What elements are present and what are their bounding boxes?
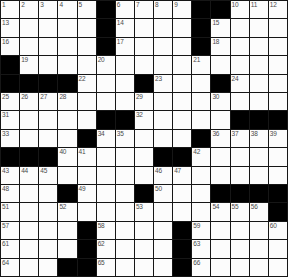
clue-number: 29 [136,93,143,101]
black-square [39,148,57,165]
clue-number: 47 [174,167,181,175]
clue-number: 38 [251,130,258,138]
grid-cell[interactable] [116,259,134,276]
grid-cell[interactable]: 23 [154,75,172,92]
clue-number: 5 [79,1,82,9]
grid-cell[interactable]: 33 [1,130,19,147]
grid-cell[interactable] [116,167,134,184]
grid-cell[interactable] [211,259,229,276]
grid-cell[interactable] [269,167,287,184]
clue-number: 41 [79,148,86,156]
black-square [211,185,229,202]
clue-number: 51 [2,203,9,211]
grid-cell[interactable] [78,167,96,184]
grid-cell[interactable]: 17 [116,38,134,55]
black-square [250,185,268,202]
grid-cell[interactable] [78,56,96,73]
grid-cell[interactable] [78,203,96,220]
grid-cell[interactable] [250,93,268,110]
grid-cell[interactable]: 20 [97,56,115,73]
grid-cell[interactable]: 48 [1,185,19,202]
grid-cell[interactable] [97,75,115,92]
grid-cell[interactable] [250,19,268,36]
grid-cell[interactable]: 65 [97,259,115,276]
grid-cell[interactable] [192,203,210,220]
grid-cell[interactable] [269,56,287,73]
grid-cell[interactable]: 2 [20,1,38,18]
clue-number: 17 [117,38,124,46]
clue-number: 2 [21,1,24,9]
grid-cell[interactable] [135,19,153,36]
clue-number: 54 [212,203,219,211]
grid-cell[interactable] [20,222,38,239]
grid-cell[interactable]: 59 [192,222,210,239]
grid-cell[interactable]: 32 [135,111,153,128]
clue-number: 22 [79,75,86,83]
grid-cell[interactable]: 60 [269,222,287,239]
clue-number: 6 [117,1,120,9]
grid-cell[interactable] [250,148,268,165]
black-square [97,38,115,55]
black-square [173,259,191,276]
grid-cell[interactable] [97,203,115,220]
grid-cell[interactable] [39,240,57,257]
grid-cell[interactable] [173,38,191,55]
black-square [211,75,229,92]
grid-cell[interactable]: 52 [58,203,76,220]
black-square [173,222,191,239]
grid-cell[interactable]: 62 [97,240,115,257]
black-square [192,38,210,55]
black-square [192,19,210,36]
grid-cell[interactable] [58,56,76,73]
clue-number: 4 [59,1,62,9]
black-square [154,148,172,165]
grid-cell[interactable]: 44 [20,167,38,184]
clue-number: 53 [136,203,143,211]
black-square [20,148,38,165]
grid-cell[interactable] [78,38,96,55]
black-square [116,111,134,128]
black-square [135,185,153,202]
clue-number: 27 [40,93,47,101]
grid-cell[interactable] [192,75,210,92]
clue-number: 37 [232,130,239,138]
grid-cell[interactable] [58,19,76,36]
grid-cell[interactable] [135,130,153,147]
grid-cell[interactable] [135,148,153,165]
grid-cell[interactable]: 10 [231,1,249,18]
grid-cell[interactable]: 66 [192,259,210,276]
grid-cell[interactable]: 54 [211,203,229,220]
grid-cell[interactable]: 6 [116,1,134,18]
grid-cell[interactable]: 16 [1,38,19,55]
grid-cell[interactable] [39,185,57,202]
grid-cell[interactable]: 12 [269,1,287,18]
black-square [97,1,115,18]
black-square [173,240,191,257]
grid-cell[interactable] [39,38,57,55]
black-square [192,130,210,147]
grid-cell[interactable] [116,222,134,239]
clue-number: 33 [2,130,9,138]
grid-cell[interactable] [135,56,153,73]
grid-cell[interactable] [250,56,268,73]
clue-number: 16 [2,38,9,46]
black-square [231,185,249,202]
grid-cell[interactable]: 64 [1,259,19,276]
grid-cell[interactable]: 49 [78,185,96,202]
clue-number: 19 [21,56,28,64]
black-square [135,75,153,92]
grid-cell[interactable] [192,185,210,202]
grid-cell[interactable] [154,130,172,147]
clue-number: 61 [2,240,9,248]
grid-cell[interactable] [154,111,172,128]
clue-number: 35 [117,130,124,138]
clue-number: 1 [2,1,5,9]
grid-cell[interactable]: 53 [135,203,153,220]
grid-cell[interactable] [97,167,115,184]
black-square [231,111,249,128]
grid-cell[interactable] [269,93,287,110]
grid-cell[interactable]: 42 [192,148,210,165]
grid-cell[interactable] [154,240,172,257]
clue-number: 21 [193,56,200,64]
grid-cell[interactable]: 28 [58,93,76,110]
clue-number: 46 [155,167,162,175]
grid-cell[interactable]: 37 [231,130,249,147]
black-square [1,56,19,73]
grid-cell[interactable] [269,19,287,36]
clue-number: 9 [174,1,177,9]
grid-cell[interactable]: 45 [39,167,57,184]
clue-number: 45 [40,167,47,175]
grid-cell[interactable] [116,93,134,110]
grid-cell[interactable] [173,75,191,92]
clue-number: 20 [98,56,105,64]
grid-cell[interactable] [231,222,249,239]
clue-number: 43 [2,167,9,175]
grid-cell[interactable] [192,111,210,128]
grid-cell[interactable] [135,240,153,257]
grid-cell[interactable] [39,56,57,73]
clue-number: 23 [155,75,162,83]
black-square [20,75,38,92]
grid-cell[interactable] [39,222,57,239]
black-square [58,75,76,92]
grid-cell[interactable]: 41 [78,148,96,165]
grid-cell[interactable] [231,56,249,73]
crossword-board: 1234567891011121314151617181920212223242… [0,0,288,277]
grid-cell[interactable]: 36 [211,130,229,147]
clue-number: 55 [232,203,239,211]
clue-number: 15 [212,19,219,27]
grid-cell[interactable] [269,148,287,165]
grid-cell[interactable] [97,148,115,165]
grid-cell[interactable] [58,167,76,184]
clue-number: 50 [155,185,162,193]
grid-cell[interactable]: 22 [78,75,96,92]
grid-cell[interactable] [20,240,38,257]
grid-cell[interactable] [269,259,287,276]
clue-number: 30 [212,93,219,101]
grid-cell[interactable] [116,75,134,92]
grid-cell[interactable] [116,240,134,257]
grid-cell[interactable]: 15 [211,19,229,36]
grid-cell[interactable]: 7 [135,1,153,18]
clue-number: 28 [59,93,66,101]
grid-cell[interactable] [39,111,57,128]
clue-number: 59 [193,222,200,230]
grid-cell[interactable]: 57 [1,222,19,239]
grid-cell[interactable] [231,240,249,257]
grid-cell[interactable]: 25 [1,93,19,110]
grid-cell[interactable] [135,259,153,276]
black-square [78,130,96,147]
grid-cell[interactable] [58,222,76,239]
grid-cell[interactable] [211,56,229,73]
grid-cell[interactable] [211,222,229,239]
grid-cell[interactable] [154,259,172,276]
black-square [78,222,96,239]
grid-cell[interactable] [250,240,268,257]
clue-number: 39 [270,130,277,138]
grid-cell[interactable] [39,19,57,36]
grid-cell[interactable]: 29 [135,93,153,110]
grid-cell[interactable] [192,93,210,110]
grid-cell[interactable] [250,222,268,239]
black-square [58,185,76,202]
clue-number: 24 [232,75,239,83]
grid-cell[interactable] [173,93,191,110]
grid-cell[interactable] [97,185,115,202]
black-square [58,259,76,276]
clue-number: 49 [79,185,86,193]
black-square [97,19,115,36]
black-square [211,1,229,18]
grid-cell[interactable] [211,111,229,128]
grid-cell[interactable] [116,203,134,220]
clue-number: 14 [117,19,124,27]
clue-number: 44 [21,167,28,175]
grid-cell[interactable]: 27 [39,93,57,110]
grid-cell[interactable] [97,93,115,110]
clue-number: 12 [270,1,277,9]
grid-cell[interactable]: 58 [97,222,115,239]
black-square [269,185,287,202]
grid-cell[interactable] [231,148,249,165]
grid-cell[interactable] [78,93,96,110]
grid-cell[interactable]: 24 [231,75,249,92]
grid-cell[interactable] [231,19,249,36]
clue-number: 52 [59,203,66,211]
grid-cell[interactable] [39,203,57,220]
grid-cell[interactable]: 55 [231,203,249,220]
clue-number: 65 [98,259,105,267]
grid-cell[interactable] [231,93,249,110]
grid-cell[interactable] [116,148,134,165]
grid-cell[interactable] [154,203,172,220]
grid-cell[interactable]: 56 [250,203,268,220]
grid-cell[interactable]: 26 [20,93,38,110]
grid-cell[interactable] [231,167,249,184]
grid-cell[interactable]: 8 [154,1,172,18]
grid-cell[interactable] [154,222,172,239]
grid-cell[interactable] [250,38,268,55]
grid-cell[interactable]: 34 [97,130,115,147]
grid-cell[interactable]: 40 [58,148,76,165]
grid-cell[interactable] [116,185,134,202]
black-square [173,148,191,165]
clue-number: 48 [2,185,9,193]
clue-number: 56 [251,203,258,211]
grid-cell[interactable] [135,222,153,239]
grid-cell[interactable]: 39 [269,130,287,147]
grid-cell[interactable]: 9 [173,1,191,18]
grid-cell[interactable] [58,130,76,147]
grid-cell[interactable] [20,185,38,202]
black-square [78,259,96,276]
grid-cell[interactable] [250,259,268,276]
black-square [269,111,287,128]
grid-cell[interactable]: 14 [116,19,134,36]
grid-cell[interactable]: 47 [173,167,191,184]
grid-cell[interactable] [20,38,38,55]
grid-cell[interactable] [173,203,191,220]
black-square [192,1,210,18]
grid-cell[interactable]: 38 [250,130,268,147]
clue-number: 11 [251,1,257,9]
clue-number: 34 [98,130,105,138]
grid-cell[interactable]: 1 [1,1,19,18]
grid-cell[interactable] [173,111,191,128]
grid-cell[interactable] [211,148,229,165]
grid-cell[interactable]: 18 [211,38,229,55]
grid-cell[interactable] [58,38,76,55]
grid-cell[interactable] [20,130,38,147]
grid-cell[interactable] [231,38,249,55]
grid-cell[interactable] [250,75,268,92]
clue-number: 18 [212,38,219,46]
grid-cell[interactable] [192,167,210,184]
grid-cell[interactable]: 3 [39,1,57,18]
clue-number: 26 [21,93,28,101]
grid-cell[interactable] [211,167,229,184]
grid-cell[interactable]: 11 [250,1,268,18]
grid-cell[interactable]: 31 [1,111,19,128]
black-square [269,203,287,220]
grid-cell[interactable]: 51 [1,203,19,220]
grid-cell[interactable]: 46 [154,167,172,184]
clue-number: 57 [2,222,9,230]
grid-cell[interactable] [173,56,191,73]
clue-number: 40 [59,148,66,156]
clue-number: 7 [136,1,139,9]
clue-number: 62 [98,240,105,248]
grid-cell[interactable] [173,19,191,36]
grid-cell[interactable]: 19 [20,56,38,73]
grid-cell[interactable] [250,167,268,184]
grid-cell[interactable] [135,38,153,55]
clue-number: 32 [136,111,143,119]
grid-cell[interactable]: 13 [1,19,19,36]
grid-cell[interactable] [154,93,172,110]
grid-cell[interactable] [20,259,38,276]
clue-number: 42 [193,148,200,156]
grid-cell[interactable] [154,19,172,36]
grid-cell[interactable] [116,56,134,73]
grid-cell[interactable] [39,130,57,147]
grid-cell[interactable]: 5 [78,1,96,18]
grid-cell[interactable] [78,111,96,128]
clue-number: 8 [155,1,158,9]
grid-cell[interactable] [20,19,38,36]
clue-number: 60 [270,222,277,230]
clue-number: 3 [40,1,43,9]
black-square [1,148,19,165]
clue-number: 13 [2,19,9,27]
clue-number: 36 [212,130,219,138]
clue-number: 25 [2,93,9,101]
grid-cell[interactable] [20,111,38,128]
grid-cell[interactable] [269,38,287,55]
grid-cell[interactable] [154,56,172,73]
grid-cell[interactable] [39,259,57,276]
clue-number: 66 [193,259,200,267]
grid-cell[interactable] [58,111,76,128]
grid-cell[interactable]: 50 [154,185,172,202]
grid-cell[interactable] [173,130,191,147]
grid-cell[interactable]: 21 [192,56,210,73]
grid-cell[interactable]: 30 [211,93,229,110]
grid-cell[interactable] [135,167,153,184]
grid-cell[interactable]: 4 [58,1,76,18]
grid-cell[interactable] [173,185,191,202]
clue-number: 64 [2,259,9,267]
grid-cell[interactable] [58,240,76,257]
grid-cell[interactable]: 43 [1,167,19,184]
black-square [97,111,115,128]
grid-cell[interactable]: 63 [192,240,210,257]
clue-number: 58 [98,222,105,230]
grid-cell[interactable] [231,259,249,276]
clue-number: 31 [2,111,9,119]
grid-cell[interactable] [269,75,287,92]
black-square [39,75,57,92]
black-square [250,111,268,128]
black-square [78,240,96,257]
grid-cell[interactable] [211,240,229,257]
grid-cell[interactable] [78,19,96,36]
grid-cell[interactable]: 35 [116,130,134,147]
grid-cell[interactable] [269,240,287,257]
black-square [1,75,19,92]
grid-cell[interactable] [154,38,172,55]
grid-cell[interactable]: 61 [1,240,19,257]
clue-number: 63 [193,240,200,248]
grid-cell[interactable] [20,203,38,220]
clue-number: 10 [232,1,239,9]
